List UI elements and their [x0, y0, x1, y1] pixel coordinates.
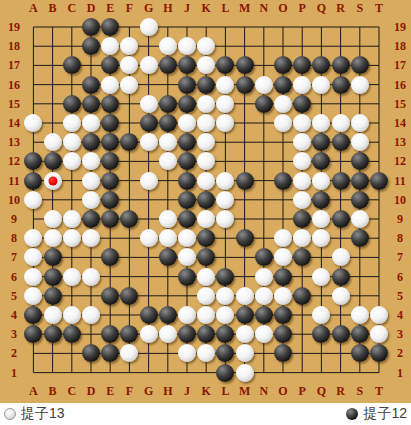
stone-white[interactable]: [255, 287, 273, 305]
stone-white[interactable]: [274, 248, 292, 266]
stone-white[interactable]: [216, 287, 234, 305]
stone-white[interactable]: [216, 172, 234, 190]
col-label-top: R: [336, 2, 345, 14]
row-label-left: 12: [8, 155, 20, 167]
stone-black[interactable]: [274, 56, 292, 74]
row-label-right: 15: [394, 98, 406, 110]
stone-black[interactable]: [24, 152, 42, 170]
stone-black[interactable]: [101, 172, 119, 190]
stone-black[interactable]: [351, 229, 369, 247]
col-label-bottom: T: [375, 385, 383, 397]
stone-white[interactable]: [216, 210, 234, 228]
stone-white[interactable]: [159, 152, 177, 170]
row-label-left: 7: [11, 251, 17, 263]
stone-white[interactable]: [63, 268, 81, 286]
stone-white[interactable]: [82, 114, 100, 132]
stone-black[interactable]: [216, 268, 234, 286]
capture-status-bar: 提子13 提子12: [0, 403, 411, 425]
stone-black[interactable]: [274, 344, 292, 362]
stone-black[interactable]: [216, 344, 234, 362]
col-label-bottom: J: [184, 385, 190, 397]
stone-white[interactable]: [312, 210, 330, 228]
stone-white[interactable]: [197, 56, 215, 74]
stone-black[interactable]: [120, 210, 138, 228]
stone-black[interactable]: [178, 152, 196, 170]
stone-white[interactable]: [293, 133, 311, 151]
stone-black[interactable]: [82, 37, 100, 55]
stone-white[interactable]: [236, 325, 254, 343]
col-label-top: J: [184, 2, 190, 14]
stone-black[interactable]: [82, 133, 100, 151]
stone-white[interactable]: [293, 172, 311, 190]
stone-black[interactable]: [178, 56, 196, 74]
stone-white[interactable]: [216, 306, 234, 324]
stone-white[interactable]: [255, 325, 273, 343]
col-label-bottom: F: [126, 385, 133, 397]
stone-black[interactable]: [44, 287, 62, 305]
stone-black[interactable]: [101, 95, 119, 113]
stone-white[interactable]: [370, 325, 388, 343]
stone-black[interactable]: [351, 191, 369, 209]
stone-white[interactable]: [197, 306, 215, 324]
stone-black[interactable]: [332, 325, 350, 343]
col-label-bottom: G: [144, 385, 153, 397]
stone-white[interactable]: [159, 210, 177, 228]
stone-white[interactable]: [312, 76, 330, 94]
go-app-window: AABBCCDDEEFFGGHHJJKKLLMMNNOOPPQQRRSSTT19…: [0, 0, 411, 425]
stone-white[interactable]: [63, 306, 81, 324]
stone-white[interactable]: [332, 248, 350, 266]
stone-white[interactable]: [44, 210, 62, 228]
stone-white[interactable]: [101, 37, 119, 55]
col-label-bottom: S: [356, 385, 363, 397]
col-label-top: N: [259, 2, 268, 14]
row-label-right: 14: [394, 117, 406, 129]
stone-white[interactable]: [82, 191, 100, 209]
stone-white[interactable]: [216, 114, 234, 132]
row-label-left: 1: [11, 367, 17, 379]
stone-white[interactable]: [351, 306, 369, 324]
stone-white[interactable]: [312, 306, 330, 324]
stone-white[interactable]: [24, 191, 42, 209]
stone-white[interactable]: [293, 152, 311, 170]
row-label-right: 1: [397, 367, 403, 379]
row-label-right: 12: [394, 155, 406, 167]
stone-white[interactable]: [44, 306, 62, 324]
stone-black[interactable]: [159, 306, 177, 324]
col-label-bottom: E: [106, 385, 114, 397]
stone-white[interactable]: [351, 76, 369, 94]
black-captures: 提子12: [346, 403, 407, 425]
stone-black[interactable]: [274, 306, 292, 324]
stone-black[interactable]: [24, 306, 42, 324]
stone-black[interactable]: [101, 18, 119, 36]
stone-black[interactable]: [82, 210, 100, 228]
stone-white[interactable]: [274, 95, 292, 113]
stone-white[interactable]: [82, 268, 100, 286]
stone-white[interactable]: [120, 76, 138, 94]
row-label-right: 17: [394, 59, 406, 71]
stone-white[interactable]: [332, 287, 350, 305]
stone-black[interactable]: [159, 95, 177, 113]
stone-black[interactable]: [101, 210, 119, 228]
stone-black[interactable]: [274, 172, 292, 190]
stone-white[interactable]: [197, 268, 215, 286]
stone-white[interactable]: [255, 76, 273, 94]
stone-white[interactable]: [312, 229, 330, 247]
stone-white[interactable]: [293, 191, 311, 209]
stone-white[interactable]: [351, 133, 369, 151]
stone-white[interactable]: [24, 268, 42, 286]
stone-white[interactable]: [24, 248, 42, 266]
row-label-right: 6: [397, 271, 403, 283]
stone-black[interactable]: [63, 56, 81, 74]
col-label-top: C: [67, 2, 76, 14]
stone-black[interactable]: [312, 191, 330, 209]
stone-white[interactable]: [197, 344, 215, 362]
stone-white[interactable]: [197, 172, 215, 190]
col-label-top: O: [278, 2, 287, 14]
stone-white[interactable]: [140, 229, 158, 247]
stone-white[interactable]: [120, 56, 138, 74]
row-label-right: 7: [397, 251, 403, 263]
stone-black[interactable]: [351, 325, 369, 343]
stone-white[interactable]: [332, 114, 350, 132]
col-label-top: D: [87, 2, 96, 14]
stone-black[interactable]: [312, 133, 330, 151]
col-label-top: S: [356, 2, 363, 14]
col-label-top: F: [126, 2, 133, 14]
stone-black[interactable]: [159, 56, 177, 74]
row-label-right: 9: [397, 213, 403, 225]
row-label-right: 5: [397, 290, 403, 302]
stone-white[interactable]: [82, 306, 100, 324]
stone-black[interactable]: [159, 248, 177, 266]
stone-black[interactable]: [140, 306, 158, 324]
col-label-bottom: R: [336, 385, 345, 397]
stone-black[interactable]: [178, 268, 196, 286]
stone-black[interactable]: [101, 133, 119, 151]
stone-white[interactable]: [293, 114, 311, 132]
col-label-bottom: A: [29, 385, 38, 397]
stone-white[interactable]: [274, 287, 292, 305]
row-label-right: 16: [394, 79, 406, 91]
row-label-right: 4: [397, 309, 403, 321]
col-label-bottom: Q: [317, 385, 326, 397]
stone-white[interactable]: [351, 114, 369, 132]
stone-white[interactable]: [178, 229, 196, 247]
stone-white[interactable]: [293, 229, 311, 247]
stone-black[interactable]: [236, 56, 254, 74]
col-label-top: T: [375, 2, 383, 14]
stone-black[interactable]: [120, 325, 138, 343]
black-captures-label: 提子12: [363, 405, 407, 423]
stone-black[interactable]: [101, 287, 119, 305]
go-board[interactable]: AABBCCDDEEFFGGHHJJKKLLMMNNOOPPQQRRSSTT19…: [0, 0, 411, 403]
stone-black[interactable]: [370, 172, 388, 190]
row-label-left: 18: [8, 40, 20, 52]
stone-white[interactable]: [44, 172, 62, 190]
stone-white[interactable]: [63, 210, 81, 228]
row-label-left: 2: [11, 347, 17, 359]
col-label-bottom: H: [163, 385, 172, 397]
row-label-right: 8: [397, 232, 403, 244]
last-move-marker: [48, 176, 57, 185]
stone-white[interactable]: [140, 56, 158, 74]
col-label-bottom: M: [239, 385, 250, 397]
stone-white[interactable]: [120, 344, 138, 362]
col-label-top: H: [163, 2, 172, 14]
stone-white[interactable]: [178, 306, 196, 324]
stone-white[interactable]: [197, 114, 215, 132]
stone-black[interactable]: [197, 191, 215, 209]
col-label-top: A: [29, 2, 38, 14]
stone-white[interactable]: [82, 229, 100, 247]
stone-black[interactable]: [332, 210, 350, 228]
stone-black[interactable]: [255, 248, 273, 266]
stone-black[interactable]: [159, 114, 177, 132]
col-label-top: E: [106, 2, 114, 14]
stone-black[interactable]: [101, 152, 119, 170]
stone-black[interactable]: [255, 306, 273, 324]
stone-white[interactable]: [178, 114, 196, 132]
stone-black[interactable]: [332, 133, 350, 151]
stone-white[interactable]: [370, 306, 388, 324]
stone-black[interactable]: [236, 229, 254, 247]
stone-black[interactable]: [351, 152, 369, 170]
stone-white[interactable]: [312, 268, 330, 286]
stone-white[interactable]: [178, 37, 196, 55]
stone-white[interactable]: [24, 229, 42, 247]
white-captures: 提子13: [4, 403, 65, 425]
row-label-left: 8: [11, 232, 17, 244]
stone-black[interactable]: [236, 172, 254, 190]
stone-white[interactable]: [82, 152, 100, 170]
stone-white[interactable]: [63, 152, 81, 170]
col-label-bottom: B: [49, 385, 57, 397]
black-stone-icon: [346, 408, 358, 420]
col-label-bottom: O: [278, 385, 287, 397]
row-label-right: 18: [394, 40, 406, 52]
stone-white[interactable]: [236, 344, 254, 362]
row-label-right: 11: [394, 175, 405, 187]
stone-white[interactable]: [197, 37, 215, 55]
stone-black[interactable]: [197, 76, 215, 94]
row-label-right: 3: [397, 328, 403, 340]
stone-white[interactable]: [236, 364, 254, 382]
stone-black[interactable]: [24, 172, 42, 190]
stone-black[interactable]: [178, 210, 196, 228]
white-captures-label: 提子13: [21, 405, 65, 423]
stone-white[interactable]: [63, 114, 81, 132]
stone-white[interactable]: [274, 114, 292, 132]
stone-white[interactable]: [236, 287, 254, 305]
stone-white[interactable]: [63, 133, 81, 151]
stone-black[interactable]: [293, 210, 311, 228]
col-label-bottom: L: [221, 385, 229, 397]
row-label-left: 6: [11, 271, 17, 283]
stone-white[interactable]: [159, 229, 177, 247]
stone-black[interactable]: [332, 268, 350, 286]
stone-black[interactable]: [82, 18, 100, 36]
stone-white[interactable]: [101, 76, 119, 94]
stone-black[interactable]: [82, 95, 100, 113]
stone-white[interactable]: [274, 229, 292, 247]
stone-black[interactable]: [197, 248, 215, 266]
stone-white[interactable]: [44, 229, 62, 247]
stone-black[interactable]: [293, 287, 311, 305]
stone-black[interactable]: [216, 325, 234, 343]
stone-white[interactable]: [159, 325, 177, 343]
stone-black[interactable]: [44, 268, 62, 286]
row-label-right: 13: [394, 136, 406, 148]
stone-black[interactable]: [274, 325, 292, 343]
stone-black[interactable]: [24, 325, 42, 343]
stone-black[interactable]: [197, 229, 215, 247]
row-label-left: 4: [11, 309, 17, 321]
stone-black[interactable]: [351, 172, 369, 190]
row-label-left: 17: [8, 59, 20, 71]
stone-black[interactable]: [312, 152, 330, 170]
row-label-right: 19: [394, 21, 406, 33]
stone-black[interactable]: [236, 306, 254, 324]
row-label-left: 3: [11, 328, 17, 340]
stone-white[interactable]: [140, 172, 158, 190]
white-stone-icon: [4, 408, 16, 420]
stone-black[interactable]: [332, 56, 350, 74]
stone-black[interactable]: [236, 76, 254, 94]
stone-white[interactable]: [178, 344, 196, 362]
stone-black[interactable]: [82, 76, 100, 94]
stone-black[interactable]: [101, 191, 119, 209]
stone-black[interactable]: [351, 344, 369, 362]
stone-black[interactable]: [178, 76, 196, 94]
col-label-top: M: [239, 2, 250, 14]
stone-black[interactable]: [178, 172, 196, 190]
stone-black[interactable]: [101, 114, 119, 132]
row-label-left: 13: [8, 136, 20, 148]
row-label-left: 19: [8, 21, 20, 33]
stone-black[interactable]: [312, 56, 330, 74]
stone-white[interactable]: [24, 114, 42, 132]
stone-white[interactable]: [140, 18, 158, 36]
col-label-bottom: K: [202, 385, 211, 397]
stone-white[interactable]: [216, 76, 234, 94]
stone-black[interactable]: [101, 325, 119, 343]
stone-black[interactable]: [140, 114, 158, 132]
stone-black[interactable]: [312, 325, 330, 343]
stone-white[interactable]: [351, 210, 369, 228]
stone-black[interactable]: [44, 325, 62, 343]
stone-white[interactable]: [293, 76, 311, 94]
stone-white[interactable]: [178, 248, 196, 266]
stone-black[interactable]: [44, 248, 62, 266]
col-label-top: Q: [317, 2, 326, 14]
stone-black[interactable]: [178, 325, 196, 343]
stone-black[interactable]: [370, 344, 388, 362]
stone-white[interactable]: [312, 172, 330, 190]
stone-black[interactable]: [274, 76, 292, 94]
stone-white[interactable]: [140, 325, 158, 343]
stone-black[interactable]: [332, 172, 350, 190]
stone-black[interactable]: [101, 56, 119, 74]
stone-black[interactable]: [101, 248, 119, 266]
row-label-right: 10: [394, 194, 406, 206]
stone-black[interactable]: [63, 325, 81, 343]
stone-white[interactable]: [140, 95, 158, 113]
col-label-top: B: [49, 2, 57, 14]
col-label-bottom: P: [299, 385, 306, 397]
col-label-top: K: [202, 2, 211, 14]
col-label-top: P: [299, 2, 306, 14]
stone-white[interactable]: [312, 114, 330, 132]
stone-white[interactable]: [197, 133, 215, 151]
stone-black[interactable]: [120, 287, 138, 305]
row-label-left: 15: [8, 98, 20, 110]
row-label-left: 14: [8, 117, 20, 129]
stone-white[interactable]: [197, 95, 215, 113]
row-label-left: 5: [11, 290, 17, 302]
stone-black[interactable]: [351, 56, 369, 74]
stone-black[interactable]: [82, 344, 100, 362]
stone-white[interactable]: [63, 229, 81, 247]
stone-white[interactable]: [140, 133, 158, 151]
stone-white[interactable]: [197, 287, 215, 305]
stone-white[interactable]: [44, 133, 62, 151]
stone-black[interactable]: [178, 95, 196, 113]
row-label-right: 2: [397, 347, 403, 359]
stone-white[interactable]: [216, 191, 234, 209]
stone-white[interactable]: [216, 95, 234, 113]
stone-white[interactable]: [255, 268, 273, 286]
stone-black[interactable]: [120, 133, 138, 151]
col-label-bottom: C: [67, 385, 76, 397]
stone-black[interactable]: [197, 325, 215, 343]
stone-black[interactable]: [216, 364, 234, 382]
stone-black[interactable]: [293, 95, 311, 113]
col-label-top: G: [144, 2, 153, 14]
stone-white[interactable]: [24, 287, 42, 305]
row-label-left: 10: [8, 194, 20, 206]
row-label-left: 16: [8, 79, 20, 91]
col-label-top: L: [221, 2, 229, 14]
stone-black[interactable]: [332, 76, 350, 94]
stone-black[interactable]: [255, 95, 273, 113]
row-label-left: 9: [11, 213, 17, 225]
stone-white[interactable]: [82, 172, 100, 190]
stone-black[interactable]: [44, 152, 62, 170]
col-label-bottom: D: [87, 385, 96, 397]
stone-white[interactable]: [120, 37, 138, 55]
stone-white[interactable]: [159, 133, 177, 151]
stone-white[interactable]: [197, 210, 215, 228]
stone-black[interactable]: [63, 95, 81, 113]
row-label-left: 11: [8, 175, 19, 187]
stone-black[interactable]: [178, 133, 196, 151]
stone-white[interactable]: [197, 152, 215, 170]
stone-black[interactable]: [293, 56, 311, 74]
stone-white[interactable]: [159, 37, 177, 55]
stone-black[interactable]: [216, 56, 234, 74]
stone-black[interactable]: [274, 268, 292, 286]
col-label-bottom: N: [259, 385, 268, 397]
stone-black[interactable]: [293, 248, 311, 266]
stone-black[interactable]: [101, 344, 119, 362]
stone-black[interactable]: [178, 191, 196, 209]
